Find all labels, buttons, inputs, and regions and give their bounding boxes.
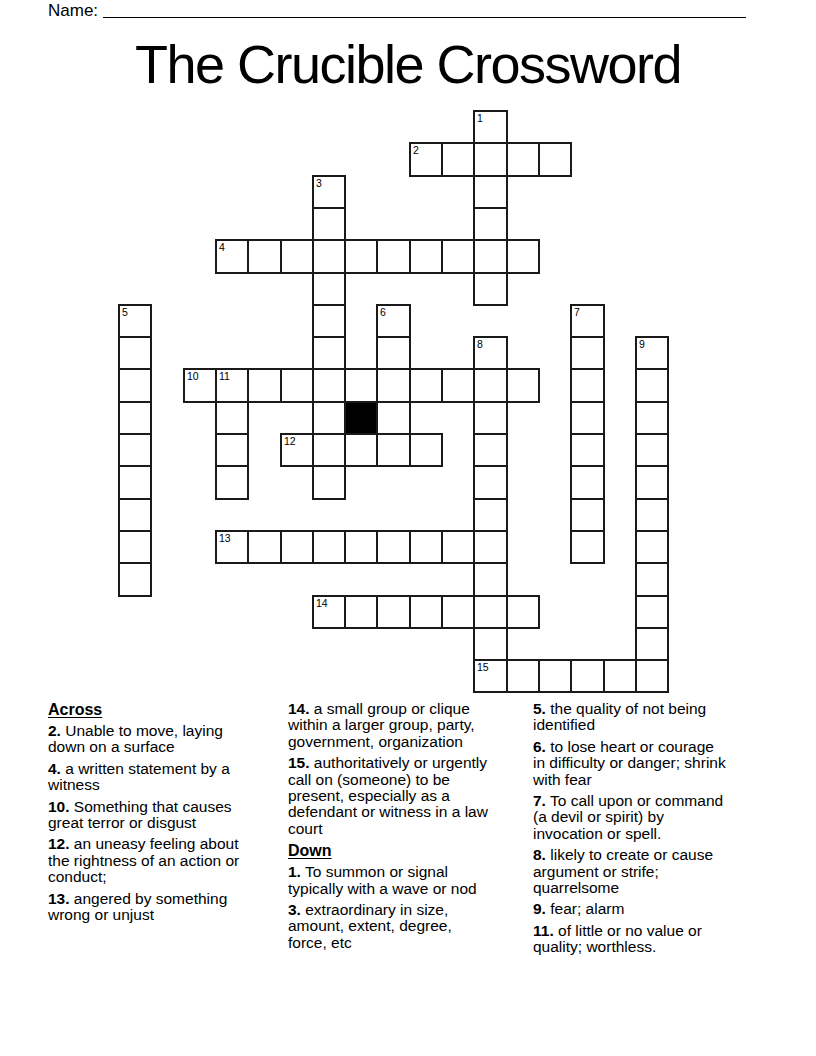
clue-14-across: 14. a small group or clique within a lar…	[288, 701, 492, 750]
grid-cell-r9c11[interactable]	[473, 401, 508, 435]
clue-number: 1.	[288, 863, 301, 880]
grid-cell-r8c7[interactable]	[344, 368, 378, 403]
grid-cell-r4c9[interactable]	[409, 239, 443, 274]
grid-cell-r5c11[interactable]	[473, 272, 508, 306]
cell-number-13: 13	[219, 533, 231, 543]
across-header: Across	[48, 701, 256, 719]
clue-number: 4.	[48, 760, 61, 777]
cell-number-5: 5	[122, 307, 128, 317]
cell-number-1: 1	[477, 113, 483, 123]
grid-cell-r4c7[interactable]	[344, 239, 378, 274]
grid-cell-r13c7[interactable]	[344, 530, 378, 564]
clue-number: 14.	[288, 700, 310, 717]
grid-cell-r8c4[interactable]	[247, 368, 282, 403]
clue-3-down: 3. extraordinary in size, amount, extent…	[288, 902, 492, 951]
grid-cell-r7c6[interactable]	[312, 336, 346, 370]
grid-cell-r10c0[interactable]	[118, 433, 152, 467]
grid-cell-r15c10[interactable]	[441, 595, 475, 629]
cell-number-2: 2	[413, 145, 419, 155]
grid-cell-r8c0[interactable]	[118, 368, 152, 403]
clue-number: 8.	[533, 846, 546, 863]
black-cell	[344, 401, 378, 435]
grid-cell-r3c6[interactable]	[312, 207, 346, 241]
cell-number-8: 8	[477, 339, 483, 349]
grid-cell-r13c14[interactable]	[570, 530, 605, 564]
grid-cell-r4c5[interactable]	[280, 239, 314, 274]
clue-15-across: 15. authoritatively or urgently call on …	[288, 755, 492, 837]
clue-number: 2.	[48, 722, 61, 739]
grid-cell-r12c11[interactable]	[473, 498, 508, 532]
grid-cell-r9c6[interactable]	[312, 401, 346, 435]
grid-cell-r8c6[interactable]	[312, 368, 346, 403]
clue-number: 15.	[288, 754, 310, 771]
grid-cell-r11c11[interactable]	[473, 465, 508, 500]
grid-cell-r14c16[interactable]	[635, 562, 669, 597]
crossword-grid: 123456789101112131415	[0, 0, 816, 700]
grid-cell-r4c4[interactable]	[247, 239, 282, 274]
cell-number-4: 4	[219, 242, 225, 252]
grid-cell-r13c8[interactable]	[376, 530, 411, 564]
cell-number-7: 7	[574, 307, 580, 317]
grid-cell-r10c16[interactable]	[635, 433, 669, 467]
grid-cell-r11c0[interactable]	[118, 465, 152, 500]
grid-cell-r10c9[interactable]	[409, 433, 443, 467]
grid-cell-r2c11[interactable]	[473, 175, 508, 209]
down-header: Down	[288, 842, 492, 860]
grid-cell-r11c14[interactable]	[570, 465, 605, 500]
grid-cell-r13c6[interactable]	[312, 530, 346, 564]
clue-number: 11.	[533, 922, 554, 939]
clue-13-across: 13. angered by something wrong or unjust	[48, 891, 256, 924]
clue-number: 13.	[48, 890, 70, 907]
cell-number-3: 3	[316, 178, 322, 188]
cell-number-12: 12	[284, 436, 296, 446]
grid-cell-r13c9[interactable]	[409, 530, 443, 564]
clue-4-across: 4. a written statement by a witness	[48, 761, 256, 794]
grid-cell-r15c12[interactable]	[506, 595, 540, 629]
clue-number: 7.	[533, 792, 546, 809]
grid-cell-r9c8[interactable]	[376, 401, 411, 435]
grid-cell-r15c7[interactable]	[344, 595, 378, 629]
clue-number: 10.	[48, 798, 70, 815]
grid-cell-r8c14[interactable]	[570, 368, 605, 403]
grid-cell-r12c14[interactable]	[570, 498, 605, 532]
clue-11-down: 11. of little or no value or quality; wo…	[533, 923, 729, 956]
grid-cell-r10c7[interactable]	[344, 433, 378, 467]
grid-cell-r13c5[interactable]	[280, 530, 314, 564]
clue-5-down: 5. the quality of not being identified	[533, 701, 729, 734]
grid-cell-r4c6[interactable]	[312, 239, 346, 274]
clue-number: 9.	[533, 900, 546, 917]
grid-cell-r10c8[interactable]	[376, 433, 411, 467]
grid-cell-r15c9[interactable]	[409, 595, 443, 629]
cell-number-15: 15	[477, 662, 489, 672]
grid-cell-r10c3[interactable]	[215, 433, 249, 467]
grid-cell-r9c14[interactable]	[570, 401, 605, 435]
clue-2-across: 2. Unable to move, laying down on a surf…	[48, 723, 256, 756]
grid-cell-r13c16[interactable]	[635, 530, 669, 564]
cell-number-10: 10	[187, 371, 199, 381]
cell-number-6: 6	[380, 307, 386, 317]
grid-cell-r10c11[interactable]	[473, 433, 508, 467]
grid-cell-r11c3[interactable]	[215, 465, 249, 500]
grid-cell-r17c12[interactable]	[506, 659, 540, 693]
grid-cell-r15c8[interactable]	[376, 595, 411, 629]
grid-cell-r1c11[interactable]	[473, 142, 508, 177]
grid-cell-r8c10[interactable]	[441, 368, 475, 403]
grid-cell-r13c10[interactable]	[441, 530, 475, 564]
grid-cell-r15c16[interactable]	[635, 595, 669, 629]
grid-cell-r8c12[interactable]	[506, 368, 540, 403]
grid-cell-r16c16[interactable]	[635, 627, 669, 661]
cell-number-9: 9	[639, 339, 645, 349]
grid-cell-r9c3[interactable]	[215, 401, 249, 435]
grid-cell-r12c0[interactable]	[118, 498, 152, 532]
grid-cell-r11c6[interactable]	[312, 465, 346, 500]
grid-cell-r17c16[interactable]	[635, 659, 669, 693]
clue-6-down: 6. to lose heart or courage in difficult…	[533, 739, 729, 788]
grid-cell-r8c8[interactable]	[376, 368, 411, 403]
grid-cell-r8c5[interactable]	[280, 368, 314, 403]
grid-cell-r7c0[interactable]	[118, 336, 152, 370]
grid-cell-r11c16[interactable]	[635, 465, 669, 500]
grid-cell-r7c14[interactable]	[570, 336, 605, 370]
grid-cell-r6c6[interactable]	[312, 304, 346, 338]
grid-cell-r17c13[interactable]	[538, 659, 572, 693]
clue-column-1: Across2. Unable to move, laying down on …	[48, 701, 256, 928]
grid-cell-r4c8[interactable]	[376, 239, 411, 274]
grid-cell-r14c11[interactable]	[473, 562, 508, 597]
grid-cell-r12c16[interactable]	[635, 498, 669, 532]
cell-number-11: 11	[219, 371, 230, 381]
clue-1-down: 1. To summon or signal typically with a …	[288, 864, 492, 897]
grid-cell-r10c14[interactable]	[570, 433, 605, 467]
grid-cell-r1c10[interactable]	[441, 142, 475, 177]
clue-column-3: 5. the quality of not being identified6.…	[533, 701, 729, 961]
clue-12-across: 12. an uneasy feeling about the rightnes…	[48, 836, 256, 885]
clue-number: 5.	[533, 700, 546, 717]
grid-cell-r9c16[interactable]	[635, 401, 669, 435]
grid-cell-r17c15[interactable]	[603, 659, 637, 693]
grid-cell-r1c13[interactable]	[538, 142, 572, 177]
worksheet-page: Name: The Crucible Crossword 12345678910…	[0, 0, 816, 1056]
clue-number: 12.	[48, 835, 70, 852]
grid-cell-r10c6[interactable]	[312, 433, 346, 467]
grid-cell-r7c8[interactable]	[376, 336, 411, 370]
grid-cell-r8c9[interactable]	[409, 368, 443, 403]
grid-cell-r4c12[interactable]	[506, 239, 540, 274]
grid-cell-r13c11[interactable]	[473, 530, 508, 564]
grid-cell-r13c4[interactable]	[247, 530, 282, 564]
clue-10-across: 10. Something that causes great terror o…	[48, 799, 256, 832]
clue-column-2: 14. a small group or clique within a lar…	[288, 701, 492, 956]
grid-cell-r15c11[interactable]	[473, 595, 508, 629]
cell-number-14: 14	[316, 598, 328, 608]
grid-cell-r4c10[interactable]	[441, 239, 475, 274]
grid-cell-r13c0[interactable]	[118, 530, 152, 564]
grid-cell-r5c6[interactable]	[312, 272, 346, 306]
grid-cell-r16c11[interactable]	[473, 627, 508, 661]
grid-cell-r1c12[interactable]	[506, 142, 540, 177]
clue-number: 6.	[533, 738, 546, 755]
grid-cell-r17c14[interactable]	[570, 659, 605, 693]
grid-cell-r3c11[interactable]	[473, 207, 508, 241]
clue-9-down: 9. fear; alarm	[533, 901, 729, 917]
clue-8-down: 8. likely to create or cause argument or…	[533, 847, 729, 896]
grid-cell-r9c0[interactable]	[118, 401, 152, 435]
grid-cell-r4c11[interactable]	[473, 239, 508, 274]
grid-cell-r8c11[interactable]	[473, 368, 508, 403]
clue-number: 3.	[288, 901, 301, 918]
clue-7-down: 7. To call upon or command (a devil or s…	[533, 793, 729, 842]
grid-cell-r8c16[interactable]	[635, 368, 669, 403]
grid-cell-r14c0[interactable]	[118, 562, 152, 597]
